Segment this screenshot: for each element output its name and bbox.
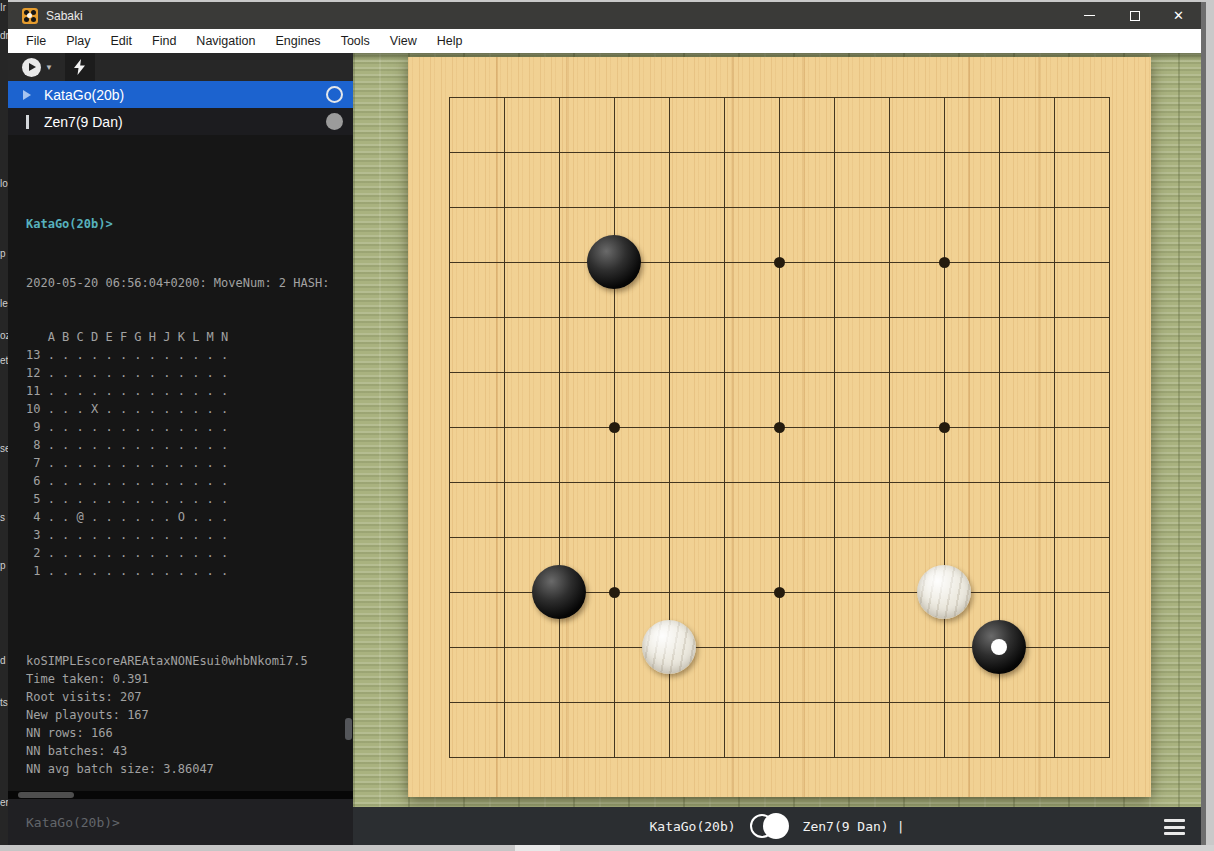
hoshi-point-g4 <box>774 587 785 598</box>
menu-hamburger-icon[interactable] <box>1164 819 1185 839</box>
hoshi-point-g10 <box>774 257 785 268</box>
menu-item-engines[interactable]: Engines <box>265 29 330 53</box>
desktop-icon-label-fragment: se <box>0 443 8 454</box>
console-prompt-line: KataGo(20b)> <box>26 215 353 233</box>
white-stone-indicator-icon <box>326 86 343 103</box>
title-bar[interactable]: Sabaki ✕ <box>8 2 1201 29</box>
desktop-icon-label-fragment: dr <box>0 30 8 41</box>
desktop-icon-label-fragment: Ir <box>0 2 6 13</box>
console-info-line: NN avg batch size: 3.86047 <box>26 760 353 778</box>
last-move-marker-icon <box>991 639 1007 655</box>
desktop-icon-label-fragment: p <box>0 248 6 259</box>
start-engines-button[interactable]: ▼ <box>18 53 57 81</box>
desktop-background-strip: Irdrlopleozetsespdtser <box>0 0 8 845</box>
hoshi-point-d4 <box>609 587 620 598</box>
play-icon <box>22 58 41 77</box>
lightning-bolt-icon <box>74 59 86 75</box>
hoshi-point-d7 <box>609 422 620 433</box>
desktop-icon-label-fragment: d <box>0 655 6 666</box>
console-info-line: koSIMPLEscoreAREAtaxNONEsui0whbNkomi7.5 <box>26 652 353 670</box>
filled-circle-icon <box>763 813 789 839</box>
menu-item-help[interactable]: Help <box>427 29 473 53</box>
chevron-down-icon[interactable]: ▼ <box>45 63 53 72</box>
engine-console-panel: ▼ KataGo(20b) Zen7(9 Dan) KataGo(20b)> 2… <box>8 53 353 845</box>
console-log-line: 2020-05-20 06:56:04+0200: MoveNum: 2 HAS… <box>26 274 353 292</box>
desktop-background-bottom <box>0 845 1214 851</box>
white-stone-k4[interactable] <box>917 565 971 619</box>
desktop-icon-label-fragment: s <box>0 512 5 523</box>
sabaki-window: Sabaki ✕ FilePlayEditFindNavigationEngin… <box>8 2 1206 845</box>
console-info-line: New playouts: 167 <box>26 706 353 724</box>
menu-item-tools[interactable]: Tools <box>331 29 380 53</box>
maximize-icon <box>1130 11 1140 21</box>
menu-item-view[interactable]: View <box>380 29 427 53</box>
input-placeholder: KataGo(20b)> <box>26 815 120 830</box>
desktop-icon-label-fragment: er <box>0 797 8 808</box>
close-button[interactable]: ✕ <box>1156 2 1201 29</box>
player-color-swap[interactable] <box>750 813 789 839</box>
menu-item-find[interactable]: Find <box>142 29 186 53</box>
console-info-line: Time taken: 0.391 <box>26 670 353 688</box>
console-info-lines: koSIMPLEscoreAREAtaxNONEsui0whbNkomi7.5T… <box>26 652 353 778</box>
black-player-name: KataGo(20b) <box>649 819 735 834</box>
maximize-button[interactable] <box>1112 2 1157 29</box>
console-horizontal-scrollbar[interactable] <box>8 791 353 799</box>
go-board[interactable] <box>408 57 1151 797</box>
desktop-icon-label-fragment: p <box>0 560 6 571</box>
minimize-icon <box>1084 15 1095 16</box>
desktop-icon-label-fragment: oz <box>0 330 8 341</box>
menu-item-edit[interactable]: Edit <box>100 29 142 53</box>
gtp-command-input[interactable]: KataGo(20b)> <box>8 799 353 845</box>
menu-bar: FilePlayEditFindNavigationEnginesToolsVi… <box>8 29 1201 53</box>
engine-name: Zen7(9 Dan) <box>44 114 123 130</box>
analysis-toggle-button[interactable] <box>65 53 95 81</box>
desktop-icon-label-fragment: le <box>0 298 8 309</box>
hoshi-point-g7 <box>774 422 785 433</box>
console-info-line: Root visits: 207 <box>26 688 353 706</box>
gray-stone-indicator-icon <box>326 113 343 130</box>
console-vertical-scrollbar[interactable] <box>345 718 352 740</box>
desktop-icon-label-fragment: lo <box>0 178 8 189</box>
console-info-line: NN batches: 43 <box>26 742 353 760</box>
white-player-name: Zen7(9 Dan) <box>803 819 889 834</box>
text-caret: | <box>897 819 905 834</box>
menu-item-navigation[interactable]: Navigation <box>186 29 265 53</box>
desktop-icon-label-fragment: et <box>0 355 8 366</box>
white-stone-e3[interactable] <box>642 620 696 674</box>
console-ascii-board: A B C D E F G H J K L M N 13 . . . . . .… <box>26 328 353 580</box>
scrollbar-thumb[interactable] <box>18 792 74 798</box>
engine-toolbar: ▼ <box>8 53 353 81</box>
hoshi-point-k7 <box>939 422 950 433</box>
desktop-icon-label-fragment: ts <box>0 697 8 708</box>
sabaki-logo-icon <box>22 8 38 24</box>
engine-suspended-icon <box>23 115 37 129</box>
black-stone-l3[interactable] <box>972 620 1026 674</box>
engine-list-item-zen7[interactable]: Zen7(9 Dan) <box>8 108 353 135</box>
gtp-console-output[interactable]: KataGo(20b)> 2020-05-20 06:56:04+0200: M… <box>8 135 353 791</box>
menu-item-file[interactable]: File <box>16 29 56 53</box>
engine-name: KataGo(20b) <box>44 87 124 103</box>
black-stone-c4[interactable] <box>532 565 586 619</box>
minimize-button[interactable] <box>1067 2 1112 29</box>
player-bar: KataGo(20b) Zen7(9 Dan) | <box>353 807 1201 845</box>
black-stone-d10[interactable] <box>587 235 641 289</box>
goban-area <box>353 53 1201 807</box>
console-info-line: NN rows: 166 <box>26 724 353 742</box>
hoshi-point-k10 <box>939 257 950 268</box>
menu-item-play[interactable]: Play <box>56 29 100 53</box>
window-title: Sabaki <box>46 9 83 23</box>
engine-running-icon <box>23 90 37 100</box>
engine-list-item-katago[interactable]: KataGo(20b) <box>8 81 353 108</box>
